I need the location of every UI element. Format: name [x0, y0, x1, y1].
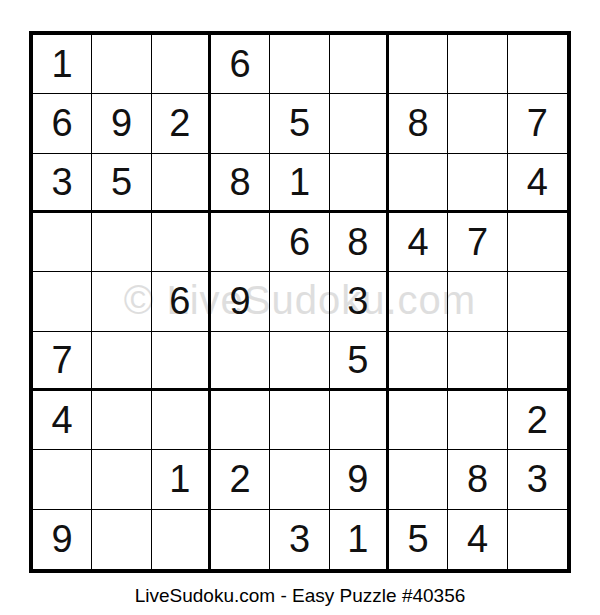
cell-r3c6[interactable]	[330, 154, 389, 213]
cell-r8c2[interactable]	[92, 450, 151, 509]
cell-r7c2[interactable]	[92, 391, 151, 450]
sudoku-board: © LiveSudoku.com 16692587358146847693754…	[29, 31, 571, 573]
cell-r4c7[interactable]: 4	[389, 213, 448, 272]
cell-r9c4[interactable]	[211, 510, 270, 569]
cell-r8c9[interactable]: 3	[508, 450, 567, 509]
cell-r3c2[interactable]: 5	[92, 154, 151, 213]
cell-r6c7[interactable]	[389, 332, 448, 391]
cell-r9c9[interactable]	[508, 510, 567, 569]
cell-r4c1[interactable]	[33, 213, 92, 272]
cell-r5c9[interactable]	[508, 272, 567, 331]
cell-r1c8[interactable]	[448, 35, 507, 94]
cell-r3c1[interactable]: 3	[33, 154, 92, 213]
cell-r6c8[interactable]	[448, 332, 507, 391]
cell-r9c1[interactable]: 9	[33, 510, 92, 569]
cell-r1c9[interactable]	[508, 35, 567, 94]
cell-r3c7[interactable]	[389, 154, 448, 213]
cell-r9c2[interactable]	[92, 510, 151, 569]
sudoku-grid: 1669258735814684769375421298393154	[33, 35, 567, 569]
cell-r2c7[interactable]: 8	[389, 94, 448, 153]
cell-r3c5[interactable]: 1	[270, 154, 329, 213]
cell-r7c6[interactable]	[330, 391, 389, 450]
cell-r2c8[interactable]	[448, 94, 507, 153]
cell-r1c7[interactable]	[389, 35, 448, 94]
cell-r5c4[interactable]: 9	[211, 272, 270, 331]
cell-r5c6[interactable]: 3	[330, 272, 389, 331]
cell-r5c7[interactable]	[389, 272, 448, 331]
cell-r4c6[interactable]: 8	[330, 213, 389, 272]
cell-r6c1[interactable]: 7	[33, 332, 92, 391]
cell-r5c3[interactable]: 6	[152, 272, 211, 331]
cell-r6c3[interactable]	[152, 332, 211, 391]
cell-r1c5[interactable]	[270, 35, 329, 94]
cell-r2c4[interactable]	[211, 94, 270, 153]
cell-r1c4[interactable]: 6	[211, 35, 270, 94]
cell-r4c8[interactable]: 7	[448, 213, 507, 272]
cell-r6c5[interactable]	[270, 332, 329, 391]
cell-r3c3[interactable]	[152, 154, 211, 213]
cell-r5c8[interactable]	[448, 272, 507, 331]
cell-r7c4[interactable]	[211, 391, 270, 450]
cell-r9c5[interactable]: 3	[270, 510, 329, 569]
cell-r3c4[interactable]: 8	[211, 154, 270, 213]
cell-r7c5[interactable]	[270, 391, 329, 450]
cell-r8c1[interactable]	[33, 450, 92, 509]
sudoku-page: © LiveSudoku.com 16692587358146847693754…	[0, 0, 600, 615]
cell-r4c5[interactable]: 6	[270, 213, 329, 272]
cell-r3c9[interactable]: 4	[508, 154, 567, 213]
cell-r9c7[interactable]: 5	[389, 510, 448, 569]
cell-r8c7[interactable]	[389, 450, 448, 509]
cell-r7c7[interactable]	[389, 391, 448, 450]
cell-r5c1[interactable]	[33, 272, 92, 331]
cell-r9c3[interactable]	[152, 510, 211, 569]
cell-r5c2[interactable]	[92, 272, 151, 331]
cell-r1c2[interactable]	[92, 35, 151, 94]
cell-r4c9[interactable]	[508, 213, 567, 272]
cell-r9c8[interactable]: 4	[448, 510, 507, 569]
cell-r8c8[interactable]: 8	[448, 450, 507, 509]
cell-r3c8[interactable]	[448, 154, 507, 213]
cell-r1c3[interactable]	[152, 35, 211, 94]
cell-r6c2[interactable]	[92, 332, 151, 391]
cell-r1c6[interactable]	[330, 35, 389, 94]
cell-r4c2[interactable]	[92, 213, 151, 272]
cell-r8c3[interactable]: 1	[152, 450, 211, 509]
cell-r4c4[interactable]	[211, 213, 270, 272]
cell-r8c4[interactable]: 2	[211, 450, 270, 509]
cell-r7c9[interactable]: 2	[508, 391, 567, 450]
cell-r6c6[interactable]: 5	[330, 332, 389, 391]
cell-r7c8[interactable]	[448, 391, 507, 450]
cell-r2c3[interactable]: 2	[152, 94, 211, 153]
cell-r1c1[interactable]: 1	[33, 35, 92, 94]
cell-r6c4[interactable]	[211, 332, 270, 391]
cell-r2c5[interactable]: 5	[270, 94, 329, 153]
cell-r2c1[interactable]: 6	[33, 94, 92, 153]
cell-r8c6[interactable]: 9	[330, 450, 389, 509]
cell-r7c3[interactable]	[152, 391, 211, 450]
cell-r5c5[interactable]	[270, 272, 329, 331]
cell-r2c9[interactable]: 7	[508, 94, 567, 153]
cell-r7c1[interactable]: 4	[33, 391, 92, 450]
puzzle-caption: LiveSudoku.com - Easy Puzzle #40356	[0, 585, 600, 607]
cell-r2c6[interactable]	[330, 94, 389, 153]
cell-r4c3[interactable]	[152, 213, 211, 272]
cell-r9c6[interactable]: 1	[330, 510, 389, 569]
cell-r2c2[interactable]: 9	[92, 94, 151, 153]
cell-r8c5[interactable]	[270, 450, 329, 509]
cell-r6c9[interactable]	[508, 332, 567, 391]
